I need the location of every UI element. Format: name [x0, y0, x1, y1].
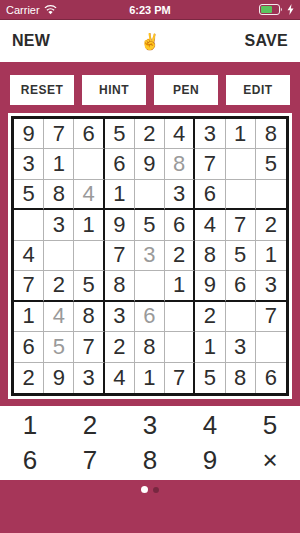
cell-r1c9[interactable]: 8	[256, 119, 286, 149]
cell-r5c8[interactable]: 5	[226, 241, 256, 271]
cell-r9c2[interactable]: 9	[44, 363, 74, 393]
cell-r8c4[interactable]: 2	[105, 332, 135, 362]
cell-r5c2[interactable]	[44, 241, 74, 271]
cell-r4c4[interactable]: 9	[105, 210, 135, 240]
cell-r5c1[interactable]: 4	[14, 241, 44, 271]
numpad-key-5[interactable]: 5	[240, 408, 300, 443]
cell-r1c1[interactable]: 9	[14, 119, 44, 149]
cell-r1c6[interactable]: 4	[165, 119, 195, 149]
cell-r9c5[interactable]: 1	[135, 363, 165, 393]
cell-r9c3[interactable]: 3	[74, 363, 104, 393]
cell-r7c2[interactable]: 4	[44, 302, 74, 332]
numpad-key-1[interactable]: 1	[0, 408, 60, 443]
cell-r4c6[interactable]: 6	[165, 210, 195, 240]
numpad-key-2[interactable]: 2	[60, 408, 120, 443]
cell-r3c9[interactable]	[256, 180, 286, 210]
cell-r9c8[interactable]: 8	[226, 363, 256, 393]
cell-r5c9[interactable]: 1	[256, 241, 286, 271]
cell-r8c6[interactable]	[165, 332, 195, 362]
cell-r3c4[interactable]: 1	[105, 180, 135, 210]
cell-r4c2[interactable]: 3	[44, 210, 74, 240]
sudoku-board-frame: 9765243183169875584136319564724732851725…	[8, 113, 292, 399]
cell-r3c2[interactable]: 8	[44, 180, 74, 210]
cell-r6c8[interactable]: 6	[226, 271, 256, 301]
cell-r9c6[interactable]: 7	[165, 363, 195, 393]
cell-r7c4[interactable]: 3	[105, 302, 135, 332]
cell-r9c9[interactable]: 6	[256, 363, 286, 393]
cell-r6c5[interactable]	[135, 271, 165, 301]
cell-r6c4[interactable]: 8	[105, 271, 135, 301]
cell-r7c9[interactable]: 7	[256, 302, 286, 332]
charging-bolt-icon	[287, 4, 294, 15]
cell-r2c3[interactable]	[74, 149, 104, 179]
cell-r9c7[interactable]: 5	[195, 363, 225, 393]
cell-r4c5[interactable]: 5	[135, 210, 165, 240]
new-button[interactable]: NEW	[12, 32, 50, 50]
cell-r2c6[interactable]: 8	[165, 149, 195, 179]
cell-r4c3[interactable]: 1	[74, 210, 104, 240]
page-dots	[0, 486, 300, 493]
cell-r2c5[interactable]: 9	[135, 149, 165, 179]
cell-r5c7[interactable]: 8	[195, 241, 225, 271]
cell-r6c7[interactable]: 9	[195, 271, 225, 301]
cell-r5c6[interactable]: 2	[165, 241, 195, 271]
hint-button[interactable]: HINT	[82, 75, 146, 105]
cell-r3c8[interactable]	[226, 180, 256, 210]
cell-r9c4[interactable]: 4	[105, 363, 135, 393]
cell-r8c7[interactable]: 1	[195, 332, 225, 362]
nav-bar: NEW ✌️ SAVE	[0, 20, 300, 62]
cell-r8c3[interactable]: 7	[74, 332, 104, 362]
cell-r3c6[interactable]: 3	[165, 180, 195, 210]
cell-r4c8[interactable]: 7	[226, 210, 256, 240]
cell-r7c7[interactable]: 2	[195, 302, 225, 332]
reset-button[interactable]: RESET	[10, 75, 74, 105]
cell-r1c4[interactable]: 5	[105, 119, 135, 149]
cell-r9c1[interactable]: 2	[14, 363, 44, 393]
cell-r1c5[interactable]: 2	[135, 119, 165, 149]
sudoku-grid: 9765243183169875584136319564724732851725…	[11, 116, 289, 396]
save-button[interactable]: SAVE	[244, 32, 288, 50]
cell-r1c3[interactable]: 6	[74, 119, 104, 149]
cell-r7c3[interactable]: 8	[74, 302, 104, 332]
toolbar: RESET HINT PEN EDIT	[0, 62, 300, 105]
cell-r2c9[interactable]: 5	[256, 149, 286, 179]
cell-r2c2[interactable]: 1	[44, 149, 74, 179]
cell-r2c1[interactable]: 3	[14, 149, 44, 179]
cell-r2c7[interactable]: 7	[195, 149, 225, 179]
cell-r3c5[interactable]	[135, 180, 165, 210]
cell-r3c3[interactable]: 4	[74, 180, 104, 210]
cell-r8c2[interactable]: 5	[44, 332, 74, 362]
cell-r5c3[interactable]	[74, 241, 104, 271]
cell-r8c1[interactable]: 6	[14, 332, 44, 362]
cell-r1c2[interactable]: 7	[44, 119, 74, 149]
numpad-key-4[interactable]: 4	[180, 408, 240, 443]
numpad-key-3[interactable]: 3	[120, 408, 180, 443]
numpad-key-7[interactable]: 7	[60, 443, 120, 478]
numpad-key-delete[interactable]: ×	[240, 443, 300, 478]
numpad-key-9[interactable]: 9	[180, 443, 240, 478]
cell-r6c2[interactable]: 2	[44, 271, 74, 301]
cell-r5c4[interactable]: 7	[105, 241, 135, 271]
app-screen: Carrier 6:23 PM	[0, 0, 300, 533]
cell-r5c5[interactable]: 3	[135, 241, 165, 271]
cell-r8c8[interactable]: 3	[226, 332, 256, 362]
cell-r6c9[interactable]: 3	[256, 271, 286, 301]
cell-r6c1[interactable]: 7	[14, 271, 44, 301]
cell-r8c9[interactable]	[256, 332, 286, 362]
cell-r8c5[interactable]: 8	[135, 332, 165, 362]
numpad-key-8[interactable]: 8	[120, 443, 180, 478]
cell-r4c1[interactable]	[14, 210, 44, 240]
cell-r7c1[interactable]: 1	[14, 302, 44, 332]
cell-r1c7[interactable]: 3	[195, 119, 225, 149]
cell-r7c8[interactable]	[226, 302, 256, 332]
cell-r1c8[interactable]: 1	[226, 119, 256, 149]
cell-r7c5[interactable]: 6	[135, 302, 165, 332]
cell-r3c1[interactable]: 5	[14, 180, 44, 210]
wifi-icon	[44, 5, 57, 15]
cell-r2c8[interactable]	[226, 149, 256, 179]
page-dot-1[interactable]	[141, 486, 148, 493]
cell-r3c7[interactable]: 6	[195, 180, 225, 210]
numpad: 123456789×	[0, 406, 300, 480]
numpad-key-6[interactable]: 6	[0, 443, 60, 478]
battery-icon	[259, 4, 284, 15]
carrier-label: Carrier	[6, 4, 40, 16]
edit-button[interactable]: EDIT	[226, 75, 290, 105]
cell-r7c6[interactable]	[165, 302, 195, 332]
cell-r6c3[interactable]: 5	[74, 271, 104, 301]
cell-r4c7[interactable]: 4	[195, 210, 225, 240]
cell-r2c4[interactable]: 6	[105, 149, 135, 179]
pen-button[interactable]: PEN	[154, 75, 218, 105]
status-bar: Carrier 6:23 PM	[0, 0, 300, 20]
page-dot-2[interactable]	[153, 487, 159, 493]
cell-r4c9[interactable]: 2	[256, 210, 286, 240]
cell-r6c6[interactable]: 1	[165, 271, 195, 301]
victory-hand-emoji: ✌️	[140, 32, 160, 51]
